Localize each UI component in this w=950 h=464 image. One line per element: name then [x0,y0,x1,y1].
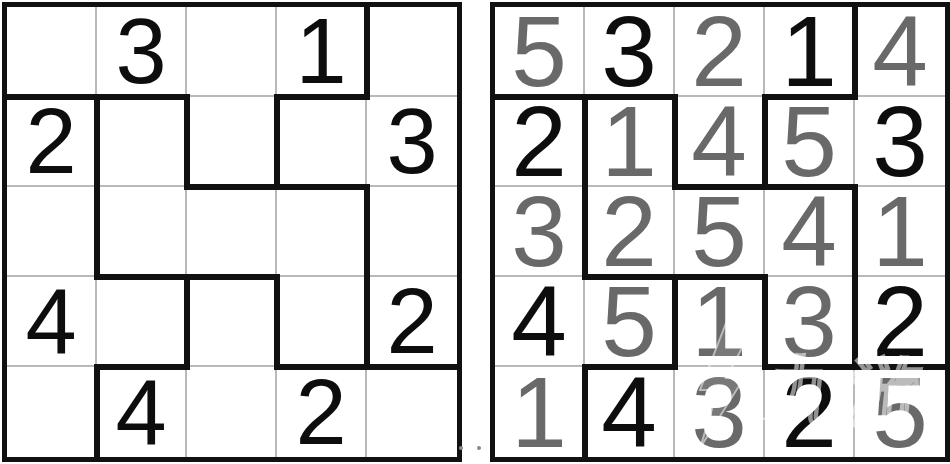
puzzle-cell-r4c3 [187,277,277,367]
region-border [762,94,858,100]
region-border [672,94,678,190]
puzzle-cell-r5c2: 4 [97,367,187,457]
region-border [364,364,460,370]
solution-cell-r2c5: 3 [855,97,945,187]
puzzle-cell-r2c3 [187,97,277,187]
region-border [274,94,280,190]
region-border [582,364,678,370]
solution-cell-r5c4: 2 [765,367,855,457]
solution-cell-r5c5: 5 [855,367,945,457]
region-border [94,184,100,280]
puzzle-grid: 31234242 [7,7,457,457]
region-border [274,274,280,370]
solution-cell-r1c2: 3 [585,7,675,97]
solution-cell-r5c2: 4 [585,367,675,457]
region-border [762,364,858,370]
puzzle-board: 31234242 [2,2,462,462]
puzzle-cell-r2c1: 2 [7,97,97,187]
puzzle-cell-r1c3 [187,7,277,97]
puzzle-cell-r3c5 [367,187,457,277]
region-border [274,184,370,190]
region-border [364,274,370,370]
puzzle-cell-r1c4: 1 [277,7,367,97]
puzzle-cell-r2c2 [97,97,187,187]
solution-cell-r4c5: 2 [855,277,945,367]
puzzle-cell-r1c2: 3 [97,7,187,97]
region-border [852,274,858,370]
solution-cell-r1c4: 1 [765,7,855,97]
solution-cell-r4c4: 3 [765,277,855,367]
solution-cell-r2c2: 1 [585,97,675,187]
solution-cell-r3c5: 1 [855,187,945,277]
puzzle-cell-r3c1 [7,187,97,277]
puzzle-cell-r4c5: 2 [367,277,457,367]
puzzle-cell-r1c1 [7,7,97,97]
solution-cell-r2c4: 5 [765,97,855,187]
region-border [762,94,768,190]
puzzle-cell-r5c4: 2 [277,367,367,457]
region-border [852,4,858,100]
region-border [94,364,190,370]
region-border [4,94,100,100]
page: { "game": "5x5 jigsaw sudoku (irregular … [0,0,950,464]
region-border [184,94,190,190]
separator-dot [459,446,463,450]
region-border [762,184,858,190]
solution-cell-r5c3: 3 [675,367,765,457]
region-border [274,94,370,100]
puzzle-cell-r4c4 [277,277,367,367]
solution-grid: 5321421453325414513214325 [495,7,945,457]
solution-cell-r3c2: 2 [585,187,675,277]
region-border [274,364,370,370]
region-border [94,94,100,190]
region-border [184,274,190,370]
region-border [672,274,768,280]
region-border [852,364,948,370]
solution-cell-r3c3: 5 [675,187,765,277]
puzzle-cell-r5c5 [367,367,457,457]
solution-cell-r5c1: 1 [495,367,585,457]
region-border [184,274,280,280]
puzzle-cell-r2c5: 3 [367,97,457,187]
solution-board: 5321421453325414513214325 [490,2,950,462]
solution-cell-r4c2: 5 [585,277,675,367]
solution-cell-r3c4: 4 [765,187,855,277]
puzzle-cell-r5c3 [187,367,277,457]
solution-cell-r3c1: 3 [495,187,585,277]
region-border [364,4,370,100]
solution-cell-r4c1: 4 [495,277,585,367]
puzzle-cell-r4c1: 4 [7,277,97,367]
region-border [492,94,588,100]
region-border [672,184,768,190]
solution-cell-r1c3: 2 [675,7,765,97]
region-border [582,94,678,100]
solution-cell-r1c5: 4 [855,7,945,97]
solution-cell-r2c1: 2 [495,97,585,187]
region-border [852,184,858,280]
puzzle-cell-r4c2 [97,277,187,367]
puzzle-cell-r3c2 [97,187,187,277]
region-border [184,184,280,190]
region-border [94,274,190,280]
region-border [582,184,588,280]
puzzle-cell-r1c5 [367,7,457,97]
region-border [582,94,588,190]
region-border [672,274,678,370]
puzzle-cell-r2c4 [277,97,367,187]
region-border [762,274,768,370]
puzzle-cell-r3c4 [277,187,367,277]
region-border [364,184,370,280]
region-border [94,364,100,460]
region-border [582,364,588,460]
separator-dot [477,446,481,450]
solution-cell-r2c3: 4 [675,97,765,187]
region-border [582,274,678,280]
puzzle-cell-r3c3 [187,187,277,277]
region-border [94,94,190,100]
solution-cell-r1c1: 5 [495,7,585,97]
puzzle-cell-r5c1 [7,367,97,457]
solution-cell-r4c3: 1 [675,277,765,367]
